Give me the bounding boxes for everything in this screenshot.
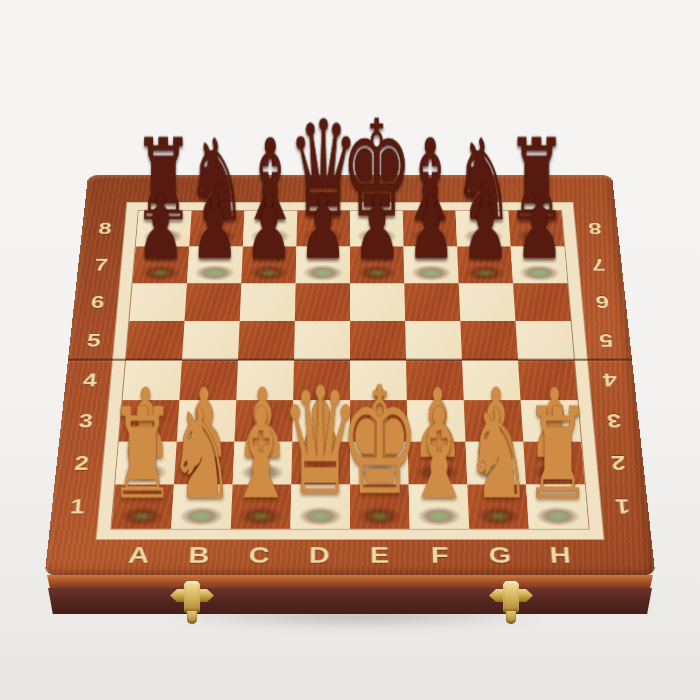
square-a1: ♜ xyxy=(111,484,173,528)
square-a5 xyxy=(126,321,185,360)
rank-label-right-4: 4 xyxy=(589,369,631,391)
rank-label-left-3: 3 xyxy=(64,410,107,432)
file-label-e: E xyxy=(350,542,411,570)
chessboard-grid: ♜♞♝♛♚♝♞♜♟♟♟♟♟♟♟♟♟♟♟♟♟♟♟♟♜♞♝♛♚♝♞♜ xyxy=(110,210,589,529)
rank-label-right-5: 5 xyxy=(585,330,627,351)
square-e7: ♟ xyxy=(350,246,404,283)
square-h5 xyxy=(515,321,574,360)
right-clasp xyxy=(489,580,533,628)
square-h6 xyxy=(513,283,571,321)
rank-label-left-7: 7 xyxy=(81,255,121,275)
file-label-d: D xyxy=(289,542,350,570)
square-e6 xyxy=(350,283,405,321)
square-d7: ♟ xyxy=(296,246,350,283)
clasp-body-icon xyxy=(503,581,519,613)
square-d6 xyxy=(295,283,350,321)
dark-pawn: ♟ xyxy=(407,184,455,273)
square-g7: ♟ xyxy=(457,246,513,283)
square-h7: ♟ xyxy=(511,246,568,283)
file-label-a: A xyxy=(108,542,170,570)
square-a7: ♟ xyxy=(133,246,190,283)
dark-pawn: ♟ xyxy=(461,184,509,273)
file-label-c: C xyxy=(229,542,290,570)
rank-label-left-2: 2 xyxy=(60,451,104,474)
square-a6 xyxy=(129,283,187,321)
light-bishop: ♝ xyxy=(405,391,472,516)
rank-label-left-4: 4 xyxy=(69,369,111,391)
square-e1: ♚ xyxy=(350,484,410,528)
rank-label-right-6: 6 xyxy=(582,292,623,312)
dark-pawn: ♟ xyxy=(515,184,563,273)
rank-label-right-7: 7 xyxy=(578,255,618,275)
box-front-bevel xyxy=(44,575,656,589)
square-f7: ♟ xyxy=(404,246,459,283)
square-h1: ♜ xyxy=(526,484,588,528)
dark-pawn: ♟ xyxy=(299,184,347,273)
box-side-panel xyxy=(48,588,652,614)
file-label-b: B xyxy=(168,542,230,570)
square-f6 xyxy=(404,283,460,321)
dark-pawn: ♟ xyxy=(353,184,401,273)
light-knight: ♞ xyxy=(465,391,532,516)
file-label-h: H xyxy=(530,542,592,570)
square-g6 xyxy=(459,283,516,321)
file-label-f: F xyxy=(410,542,471,570)
file-label-g: G xyxy=(470,542,532,570)
square-b7: ♟ xyxy=(187,246,243,283)
clasp-hook-icon xyxy=(506,611,516,624)
rank-label-left-8: 8 xyxy=(85,219,125,238)
light-rook: ♜ xyxy=(524,391,591,516)
rank-label-right-3: 3 xyxy=(593,410,636,432)
square-g5 xyxy=(460,321,518,360)
clasp-hook-icon xyxy=(187,611,197,624)
square-c7: ♟ xyxy=(241,246,296,283)
rank-label-left-1: 1 xyxy=(55,495,100,519)
rank-label-right-1: 1 xyxy=(600,495,645,519)
photo-scene: ♜♞♝♛♚♝♞♜♟♟♟♟♟♟♟♟♟♟♟♟♟♟♟♟♜♞♝♛♚♝♞♜ 8877665… xyxy=(0,0,700,700)
board-frame: ♜♞♝♛♚♝♞♜♟♟♟♟♟♟♟♟♟♟♟♟♟♟♟♟♜♞♝♛♚♝♞♜ 8877665… xyxy=(45,175,656,576)
square-b5 xyxy=(182,321,240,360)
chess-board-3d: ♜♞♝♛♚♝♞♜♟♟♟♟♟♟♟♟♟♟♟♟♟♟♟♟♜♞♝♛♚♝♞♜ 8877665… xyxy=(45,175,656,576)
light-knight: ♞ xyxy=(168,391,235,516)
square-g1: ♞ xyxy=(467,484,529,528)
dark-pawn: ♟ xyxy=(137,184,185,273)
rank-label-left-5: 5 xyxy=(73,330,115,351)
clasp-body-icon xyxy=(184,581,200,613)
square-b6 xyxy=(185,283,242,321)
square-f1: ♝ xyxy=(409,484,470,528)
rank-label-right-8: 8 xyxy=(575,219,615,238)
square-c6 xyxy=(240,283,296,321)
rank-label-right-2: 2 xyxy=(596,451,640,474)
board-inner-border: ♜♞♝♛♚♝♞♜♟♟♟♟♟♟♟♟♟♟♟♟♟♟♟♟♜♞♝♛♚♝♞♜ xyxy=(96,202,605,540)
dark-pawn: ♟ xyxy=(245,184,293,273)
square-b1: ♞ xyxy=(171,484,233,528)
left-clasp xyxy=(170,580,214,628)
dark-pawn: ♟ xyxy=(191,184,239,273)
rank-label-left-6: 6 xyxy=(77,292,118,312)
light-rook: ♜ xyxy=(109,391,176,516)
